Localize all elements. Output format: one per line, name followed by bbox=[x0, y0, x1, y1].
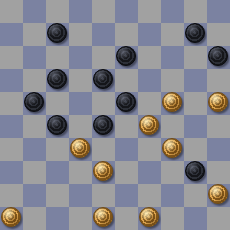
square-r7c0[interactable] bbox=[0, 161, 23, 184]
square-r9c3 bbox=[69, 207, 92, 230]
square-r4c5[interactable] bbox=[115, 92, 138, 115]
square-r4c7[interactable] bbox=[161, 92, 184, 115]
square-r9c5 bbox=[115, 207, 138, 230]
square-r7c3 bbox=[69, 161, 92, 184]
square-r6c3[interactable] bbox=[69, 138, 92, 161]
black-man[interactable] bbox=[93, 69, 113, 89]
square-r9c1 bbox=[23, 207, 46, 230]
square-r1c8[interactable] bbox=[184, 23, 207, 46]
white-man[interactable] bbox=[208, 184, 228, 204]
square-r7c1 bbox=[23, 161, 46, 184]
square-r1c4[interactable] bbox=[92, 23, 115, 46]
square-r0c1[interactable] bbox=[23, 0, 46, 23]
black-man[interactable] bbox=[116, 46, 136, 66]
square-r3c0[interactable] bbox=[0, 69, 23, 92]
square-r1c5 bbox=[115, 23, 138, 46]
square-r8c7[interactable] bbox=[161, 184, 184, 207]
square-r9c7 bbox=[161, 207, 184, 230]
square-r9c4[interactable] bbox=[92, 207, 115, 230]
square-r7c6[interactable] bbox=[138, 161, 161, 184]
square-r6c1[interactable] bbox=[23, 138, 46, 161]
square-r3c4[interactable] bbox=[92, 69, 115, 92]
square-r8c8 bbox=[184, 184, 207, 207]
square-r2c2 bbox=[46, 46, 69, 69]
square-r0c4 bbox=[92, 0, 115, 23]
square-r1c1 bbox=[23, 23, 46, 46]
square-r5c8[interactable] bbox=[184, 115, 207, 138]
black-man[interactable] bbox=[208, 46, 228, 66]
square-r5c1 bbox=[23, 115, 46, 138]
white-man[interactable] bbox=[1, 207, 21, 227]
square-r2c4 bbox=[92, 46, 115, 69]
square-r6c8 bbox=[184, 138, 207, 161]
square-r4c1[interactable] bbox=[23, 92, 46, 115]
square-r3c7 bbox=[161, 69, 184, 92]
square-r0c8 bbox=[184, 0, 207, 23]
white-man[interactable] bbox=[70, 138, 90, 158]
square-r5c9 bbox=[207, 115, 230, 138]
black-man[interactable] bbox=[47, 23, 67, 43]
white-man[interactable] bbox=[93, 161, 113, 181]
square-r0c5[interactable] bbox=[115, 0, 138, 23]
square-r5c4[interactable] bbox=[92, 115, 115, 138]
white-man[interactable] bbox=[139, 115, 159, 135]
black-man[interactable] bbox=[93, 115, 113, 135]
square-r3c5 bbox=[115, 69, 138, 92]
square-r3c6[interactable] bbox=[138, 69, 161, 92]
square-r7c2[interactable] bbox=[46, 161, 69, 184]
square-r6c4 bbox=[92, 138, 115, 161]
square-r5c6[interactable] bbox=[138, 115, 161, 138]
square-r2c7[interactable] bbox=[161, 46, 184, 69]
square-r3c2[interactable] bbox=[46, 69, 69, 92]
square-r7c5 bbox=[115, 161, 138, 184]
square-r6c2 bbox=[46, 138, 69, 161]
square-r6c5[interactable] bbox=[115, 138, 138, 161]
square-r7c4[interactable] bbox=[92, 161, 115, 184]
square-r4c0 bbox=[0, 92, 23, 115]
square-r2c6 bbox=[138, 46, 161, 69]
square-r0c6 bbox=[138, 0, 161, 23]
square-r8c4 bbox=[92, 184, 115, 207]
checkers-board bbox=[0, 0, 230, 230]
square-r0c9[interactable] bbox=[207, 0, 230, 23]
square-r1c6[interactable] bbox=[138, 23, 161, 46]
black-man[interactable] bbox=[24, 92, 44, 112]
black-man[interactable] bbox=[185, 161, 205, 181]
white-man[interactable] bbox=[162, 138, 182, 158]
square-r1c0[interactable] bbox=[0, 23, 23, 46]
square-r3c8[interactable] bbox=[184, 69, 207, 92]
white-man[interactable] bbox=[139, 207, 159, 227]
black-man[interactable] bbox=[47, 115, 67, 135]
black-man[interactable] bbox=[185, 23, 205, 43]
square-r0c7[interactable] bbox=[161, 0, 184, 23]
square-r7c9 bbox=[207, 161, 230, 184]
square-r2c9[interactable] bbox=[207, 46, 230, 69]
square-r9c0[interactable] bbox=[0, 207, 23, 230]
square-r5c7 bbox=[161, 115, 184, 138]
square-r2c3[interactable] bbox=[69, 46, 92, 69]
square-r6c9[interactable] bbox=[207, 138, 230, 161]
square-r1c9 bbox=[207, 23, 230, 46]
square-r1c7 bbox=[161, 23, 184, 46]
black-man[interactable] bbox=[116, 92, 136, 112]
square-r9c8[interactable] bbox=[184, 207, 207, 230]
square-r8c1[interactable] bbox=[23, 184, 46, 207]
square-r8c9[interactable] bbox=[207, 184, 230, 207]
white-man[interactable] bbox=[93, 207, 113, 227]
square-r2c5[interactable] bbox=[115, 46, 138, 69]
square-r2c0 bbox=[0, 46, 23, 69]
square-r8c0 bbox=[0, 184, 23, 207]
white-man[interactable] bbox=[162, 92, 182, 112]
square-r5c2[interactable] bbox=[46, 115, 69, 138]
square-r7c8[interactable] bbox=[184, 161, 207, 184]
square-r9c9 bbox=[207, 207, 230, 230]
square-r9c2[interactable] bbox=[46, 207, 69, 230]
square-r4c6 bbox=[138, 92, 161, 115]
white-man[interactable] bbox=[208, 92, 228, 112]
square-r5c3 bbox=[69, 115, 92, 138]
square-r6c7[interactable] bbox=[161, 138, 184, 161]
square-r3c9 bbox=[207, 69, 230, 92]
square-r2c8 bbox=[184, 46, 207, 69]
square-r0c3[interactable] bbox=[69, 0, 92, 23]
square-r4c2 bbox=[46, 92, 69, 115]
square-r3c3 bbox=[69, 69, 92, 92]
square-r4c4 bbox=[92, 92, 115, 115]
square-r8c5[interactable] bbox=[115, 184, 138, 207]
square-r4c9[interactable] bbox=[207, 92, 230, 115]
square-r4c8 bbox=[184, 92, 207, 115]
square-r6c0 bbox=[0, 138, 23, 161]
square-r9c6[interactable] bbox=[138, 207, 161, 230]
square-r5c0[interactable] bbox=[0, 115, 23, 138]
black-man[interactable] bbox=[47, 69, 67, 89]
square-r8c2 bbox=[46, 184, 69, 207]
square-r8c3[interactable] bbox=[69, 184, 92, 207]
square-r1c3 bbox=[69, 23, 92, 46]
square-r1c2[interactable] bbox=[46, 23, 69, 46]
square-r8c6 bbox=[138, 184, 161, 207]
square-r3c1 bbox=[23, 69, 46, 92]
square-r5c5 bbox=[115, 115, 138, 138]
square-r6c6 bbox=[138, 138, 161, 161]
square-r4c3[interactable] bbox=[69, 92, 92, 115]
square-r0c2 bbox=[46, 0, 69, 23]
square-r7c7 bbox=[161, 161, 184, 184]
square-r0c0 bbox=[0, 0, 23, 23]
square-r2c1[interactable] bbox=[23, 46, 46, 69]
